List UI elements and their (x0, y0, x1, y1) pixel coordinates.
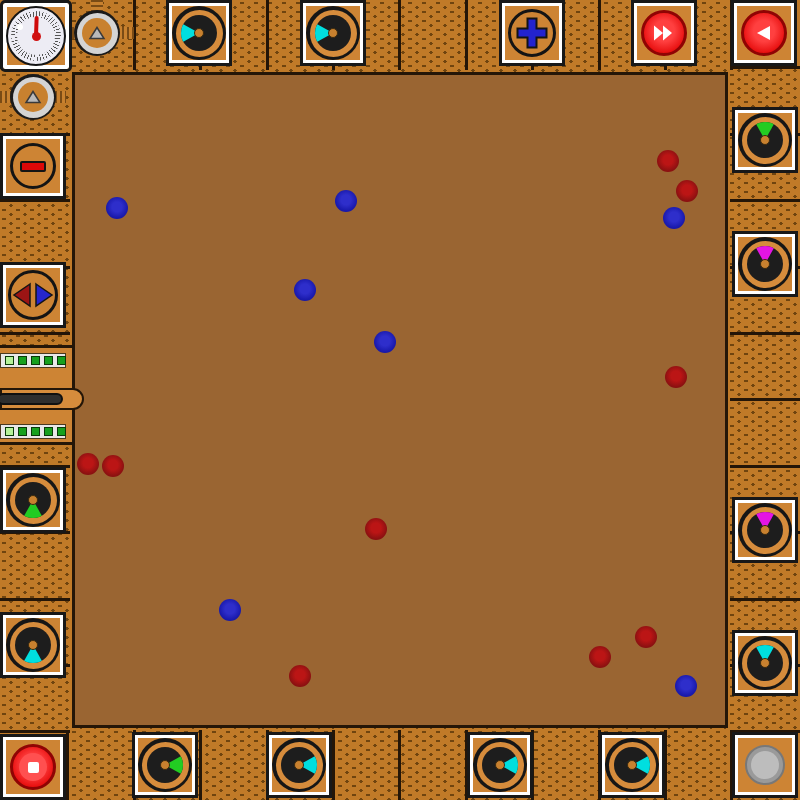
red-marble (657, 150, 679, 172)
dial-face (482, 747, 518, 783)
meter-cell (44, 356, 53, 365)
knob-face (82, 18, 112, 48)
dial-hub (760, 525, 770, 535)
meter-cell (5, 427, 14, 436)
gauge-glint (17, 24, 23, 30)
blue-marble (294, 279, 316, 301)
up-triangle-icon (88, 26, 106, 40)
dial-hub (627, 760, 637, 770)
red-marble (635, 626, 657, 648)
direction-dial-east[interactable] (599, 732, 665, 798)
meter-cell (31, 356, 40, 365)
toggle-button[interactable] (0, 262, 66, 328)
fast-forward-icon (651, 23, 677, 43)
plus-circle (508, 9, 556, 57)
blue-marble (675, 675, 697, 697)
direction-dial-north[interactable] (732, 497, 798, 563)
dial (138, 738, 192, 792)
dial (6, 618, 60, 672)
board (72, 72, 728, 728)
dial (473, 738, 527, 792)
dial (738, 113, 792, 167)
tile-divider (199, 730, 202, 800)
dial-hub (28, 495, 38, 505)
tile-divider (730, 199, 800, 202)
fast-forward-button[interactable] (631, 0, 697, 66)
meter-cell (31, 427, 40, 436)
dial (6, 473, 60, 527)
dial-hub (760, 658, 770, 668)
knob-ring (13, 77, 54, 118)
dial-hub (760, 259, 770, 269)
minus-icon (20, 161, 46, 172)
dial-ring (477, 742, 524, 789)
plus-button[interactable] (499, 0, 565, 66)
dial-ring (276, 742, 323, 789)
dial-face (747, 645, 783, 681)
dial-hub (328, 28, 338, 38)
meter-strip-top (0, 353, 66, 368)
direction-dial-east[interactable] (132, 732, 198, 798)
tile-divider (465, 0, 468, 70)
meter-cell (44, 427, 53, 436)
direction-dial-east[interactable] (266, 732, 332, 798)
dial-hub (294, 760, 304, 770)
gauge-tile[interactable] (0, 0, 72, 72)
dial-face (747, 512, 783, 548)
gray-circle (745, 745, 785, 785)
tile-divider (0, 199, 70, 202)
tile-divider (398, 0, 401, 70)
adjust-knob[interactable] (74, 10, 120, 56)
dial (172, 6, 226, 60)
dial (306, 6, 360, 60)
dial-ring (742, 117, 789, 164)
dial-face (281, 747, 317, 783)
dial-ring (310, 10, 357, 57)
blue-marble (106, 197, 128, 219)
red-marble (289, 665, 311, 687)
dial-face (181, 15, 217, 51)
dial-ring (142, 742, 189, 789)
gauge-hub (32, 32, 41, 41)
direction-dial-west[interactable] (166, 0, 232, 66)
tile-divider (0, 332, 70, 335)
dial-hub (194, 28, 204, 38)
red-marble (676, 180, 698, 202)
toggle-circle (8, 270, 58, 320)
dial (738, 503, 792, 557)
red-marble (665, 366, 687, 388)
direction-dial-south[interactable] (0, 612, 66, 678)
piston-rod[interactable] (0, 393, 63, 405)
tile-divider (0, 730, 70, 733)
blue-marble (374, 331, 396, 353)
pressure-gauge (6, 6, 66, 66)
red-marble (77, 453, 99, 475)
dial-face (747, 246, 783, 282)
minus-circle (10, 143, 56, 189)
blue-marble (663, 207, 685, 229)
dial-ring (10, 477, 57, 524)
red-blue-toggle-icon (11, 282, 55, 308)
direction-dial-north[interactable] (732, 630, 798, 696)
dial-face (614, 747, 650, 783)
gray-button-inner (751, 751, 779, 779)
red-marble (365, 518, 387, 540)
dial-ring (742, 507, 789, 554)
dial (738, 237, 792, 291)
dial-face (147, 747, 183, 783)
meter-strip-bottom (0, 424, 66, 439)
marble-arena-app (0, 0, 800, 800)
blue-marble (335, 190, 357, 212)
tile-divider (0, 598, 70, 601)
gray-button[interactable] (732, 732, 798, 798)
tile-divider (730, 398, 800, 401)
meter-cell (57, 356, 66, 365)
dial-ring (176, 10, 223, 57)
meter-cell (18, 356, 27, 365)
dial-ring (742, 640, 789, 687)
tile-divider (66, 730, 69, 800)
dial-hub (760, 135, 770, 145)
dial-hub (28, 640, 38, 650)
tile-divider (730, 66, 800, 69)
dial (272, 738, 326, 792)
direction-dial-north[interactable] (732, 231, 798, 297)
red-marble (589, 646, 611, 668)
knob-ring (77, 13, 118, 54)
knob-face (18, 82, 48, 112)
fast-forward-circle (641, 10, 687, 56)
tile-divider (730, 465, 800, 468)
meter-cell (5, 356, 14, 365)
stop-inner (19, 753, 47, 781)
dial-hub (495, 760, 505, 770)
up-triangle-icon (24, 90, 42, 104)
dial (738, 636, 792, 690)
dial-face (315, 15, 351, 51)
tile-divider (398, 730, 401, 800)
left-triangle-icon (753, 23, 775, 43)
direction-dial-east[interactable] (467, 732, 533, 798)
red-marble (102, 455, 124, 477)
minus-button[interactable] (0, 133, 66, 199)
dial-ring (609, 742, 656, 789)
tile-divider (730, 598, 800, 601)
plus-icon (515, 16, 549, 50)
dial-face (15, 627, 51, 663)
blue-marble (219, 599, 241, 621)
rewind-button[interactable] (731, 0, 797, 66)
dial-face (15, 482, 51, 518)
dial-ring (10, 622, 57, 669)
stop-circle (10, 744, 56, 790)
direction-dial-west[interactable] (300, 0, 366, 66)
tile-divider (266, 0, 269, 70)
meter-cell (57, 427, 66, 436)
dial-face (747, 122, 783, 158)
stop-icon (28, 762, 39, 773)
rewind-circle (741, 10, 787, 56)
adjust-knob[interactable] (10, 74, 56, 120)
meter-cell (18, 427, 27, 436)
dial (605, 738, 659, 792)
dial-ring (742, 241, 789, 288)
stop-button[interactable] (0, 734, 66, 800)
tile-divider (598, 0, 601, 70)
tile-divider (332, 730, 335, 800)
launcher-meter[interactable] (0, 345, 72, 445)
direction-dial-north[interactable] (732, 107, 798, 173)
direction-dial-south[interactable] (0, 467, 66, 533)
tile-divider (730, 332, 800, 335)
dial-hub (160, 760, 170, 770)
